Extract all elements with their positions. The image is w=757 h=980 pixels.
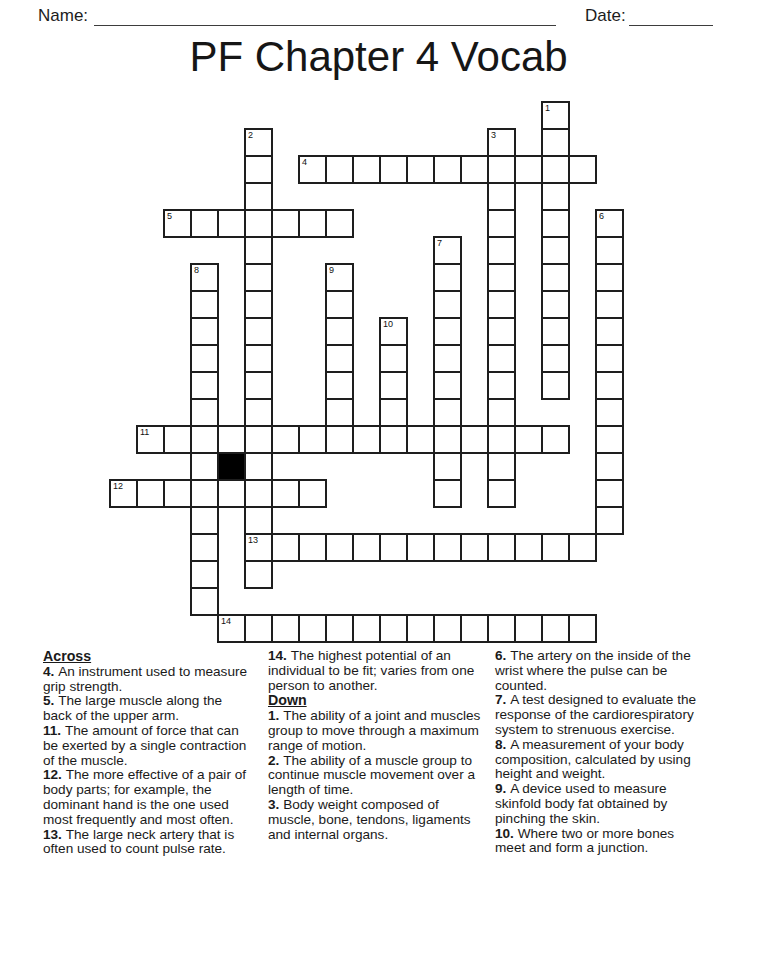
grid-cell[interactable] [595,236,624,265]
grid-cell[interactable] [460,425,489,454]
cell-number: 7 [437,238,442,248]
grid-cell[interactable] [163,479,192,508]
grid-cell[interactable] [541,344,570,373]
grid-cell[interactable] [271,425,300,454]
grid-cell[interactable] [352,155,381,184]
grid-cell[interactable] [433,155,462,184]
grid-cell[interactable] [433,533,462,562]
grid-cell[interactable]: 7 [433,236,462,265]
grid-cell[interactable] [352,614,381,643]
grid-cell[interactable] [487,425,516,454]
page-title: PF Chapter 4 Vocab [0,33,757,81]
grid-cell[interactable] [244,182,273,211]
clue-text: A test designed to evaluate the response… [495,692,696,737]
clue-text: The amount of force that can be exerted … [43,723,246,768]
clue-14: 14. The highest potential of an individu… [268,649,481,693]
grid-cell[interactable] [298,614,327,643]
grid-cell[interactable] [487,614,516,643]
worksheet-page: Name: Date: PF Chapter 4 Vocab 123456789… [0,0,757,980]
cell-number: 4 [302,157,307,167]
clue-number: 10. [495,826,518,841]
grid-cell[interactable]: 9 [325,263,354,292]
clue-number: 5. [43,693,58,708]
grid-cell[interactable] [487,371,516,400]
grid-cell[interactable] [487,182,516,211]
clue-text: An instrument used to measure grip stren… [43,664,247,694]
grid-cell[interactable] [325,209,354,238]
cell-number: 6 [599,211,604,221]
grid-cell[interactable] [541,263,570,292]
grid-cell[interactable] [298,479,327,508]
clue-text: Where two or more bones meet and form a … [495,826,674,856]
grid-cell[interactable] [595,398,624,427]
grid-cell[interactable] [379,533,408,562]
grid-cell[interactable] [325,155,354,184]
grid-cell[interactable] [298,209,327,238]
grid-cell[interactable] [433,371,462,400]
clue-10: 10. Where two or more bones meet and for… [495,827,703,857]
clue-text: Body weight composed of muscle, bone, te… [268,797,471,842]
clue-column-3: 6. The artery on the inside of the wrist… [495,649,703,856]
grid-cell[interactable] [541,533,570,562]
grid-cell[interactable] [487,398,516,427]
clue-text: The more effective of a pair of body par… [43,767,246,826]
grid-cell[interactable]: 14 [217,614,246,643]
grid-cell[interactable] [541,425,570,454]
clue-6: 6. The artery on the inside of the wrist… [495,649,703,693]
cell-number: 8 [194,265,199,275]
grid-cell[interactable] [433,452,462,481]
grid-cell[interactable] [325,371,354,400]
grid-cell[interactable] [541,155,570,184]
clues-section: Across4. An instrument used to measure g… [0,649,757,949]
grid-cell[interactable] [541,236,570,265]
clue-number: 12. [43,767,66,782]
grid-cell[interactable] [271,533,300,562]
cell-number: 3 [491,130,496,140]
clue-number: 6. [495,648,510,663]
clue-number: 14. [268,648,291,663]
cell-number: 14 [221,616,231,626]
grid-cell[interactable] [379,398,408,427]
clue-text: The artery on the inside of the wrist wh… [495,648,691,693]
grid-cell[interactable] [514,155,543,184]
grid-cell[interactable] [595,425,624,454]
grid-cell[interactable] [541,614,570,643]
grid-cell[interactable] [487,263,516,292]
date-input-line[interactable] [629,8,713,26]
grid-cell[interactable] [514,425,543,454]
grid-cell[interactable] [568,155,597,184]
grid-cell[interactable]: 2 [244,128,273,157]
grid-cell[interactable] [325,533,354,562]
grid-cell[interactable] [541,317,570,346]
grid-cell[interactable] [325,425,354,454]
cell-number: 10 [383,319,393,329]
grid-cell[interactable] [244,479,273,508]
grid-cell[interactable] [487,344,516,373]
grid-cell[interactable] [487,317,516,346]
grid-cell[interactable] [325,290,354,319]
grid-cell[interactable] [541,182,570,211]
grid-cell[interactable] [595,263,624,292]
grid-cell[interactable] [595,290,624,319]
grid-cell[interactable] [271,614,300,643]
cell-number: 5 [167,211,172,221]
grid-cell[interactable] [298,533,327,562]
grid-cell[interactable] [541,290,570,319]
clue-5: 5. The large muscle along the back of th… [43,694,250,724]
clue-number: 4. [43,664,58,679]
grid-cell[interactable] [190,344,219,373]
name-label: Name: [38,6,88,26]
grid-cell[interactable] [460,155,489,184]
grid-cell[interactable] [595,371,624,400]
clue-number: 9. [495,781,510,796]
grid-cell[interactable] [190,317,219,346]
grid-cell[interactable] [271,209,300,238]
grid-cell[interactable] [595,344,624,373]
grid-cell[interactable] [244,290,273,319]
clue-4: 4. An instrument used to measure grip st… [43,665,250,695]
grid-cell[interactable] [244,371,273,400]
grid-cell[interactable] [190,425,219,454]
grid-cell[interactable] [244,560,273,589]
grid-cell[interactable] [352,425,381,454]
grid-cell[interactable] [244,506,273,535]
grid-cell[interactable] [433,290,462,319]
grid-cell[interactable] [460,614,489,643]
clue-text: The ability of a joint and muscles group… [268,708,480,753]
grid-cell[interactable]: 8 [190,263,219,292]
grid-cell[interactable] [190,506,219,535]
grid-cell[interactable] [433,614,462,643]
grid-cell[interactable] [433,263,462,292]
clue-column-2: 14. The highest potential of an individu… [268,649,481,842]
clue-number: 13. [43,827,66,842]
grid-cell[interactable] [595,317,624,346]
grid-cell[interactable] [487,479,516,508]
grid-cell[interactable] [352,533,381,562]
grid-cell[interactable] [595,506,624,535]
grid-cell[interactable] [244,236,273,265]
grid-cell[interactable] [190,290,219,319]
grid-cell[interactable] [406,425,435,454]
grid-cell[interactable]: 1 [541,101,570,130]
grid-cell[interactable]: 13 [244,533,273,562]
grid-cell[interactable] [487,290,516,319]
grid-cell[interactable] [433,317,462,346]
grid-cell[interactable] [244,614,273,643]
grid-cell[interactable] [244,263,273,292]
across-header: Across [43,649,250,664]
grid-cell[interactable] [541,128,570,157]
grid-cell[interactable] [433,344,462,373]
grid-cell[interactable] [460,533,489,562]
grid-cell[interactable] [325,398,354,427]
grid-cell[interactable] [163,425,192,454]
grid-cell[interactable] [406,614,435,643]
clue-text: The large neck artery that is often used… [43,827,234,857]
grid-cell[interactable] [568,614,597,643]
clue-number: 3. [268,797,283,812]
clue-text: The large muscle along the back of the u… [43,693,222,723]
grid-cell[interactable] [379,371,408,400]
grid-cell[interactable] [487,236,516,265]
grid-cell[interactable] [379,614,408,643]
name-input-line[interactable] [94,8,556,26]
grid-cell[interactable] [190,533,219,562]
grid-cell[interactable]: 12 [109,479,138,508]
grid-cell[interactable] [433,425,462,454]
grid-cell[interactable] [190,479,219,508]
cell-number: 11 [140,427,149,437]
grid-cell[interactable] [190,560,219,589]
cell-number: 9 [329,265,334,275]
clue-number: 7. [495,692,510,707]
grid-cell[interactable] [514,533,543,562]
grid-cell[interactable]: 6 [595,209,624,238]
grid-cell[interactable] [595,452,624,481]
grid-cell[interactable] [271,479,300,508]
grid-cell[interactable] [190,587,219,616]
clue-number: 11. [43,723,65,738]
grid-cell[interactable] [244,209,273,238]
cell-number: 1 [545,103,550,113]
clue-text: A measurement of your body composition, … [495,737,691,782]
grid-cell[interactable]: 10 [379,317,408,346]
grid-cell[interactable] [244,155,273,184]
clue-number: 1. [268,708,283,723]
grid-cell[interactable] [217,209,246,238]
grid-cell[interactable] [379,425,408,454]
grid-cell[interactable] [487,209,516,238]
clue-text: The highest potential of an individual t… [268,648,474,693]
grid-cell[interactable]: 11 [136,425,165,454]
cell-number: 12 [113,481,123,491]
grid-cell[interactable] [595,479,624,508]
grid-cell[interactable] [379,155,408,184]
grid-cell[interactable] [244,398,273,427]
clue-column-1: Across4. An instrument used to measure g… [43,649,250,857]
clue-number: 2. [268,753,283,768]
clue-11: 11. The amount of force that can be exer… [43,724,250,768]
clue-9: 9. A device used to measure skinfold bod… [495,782,703,826]
grid-cell[interactable] [244,425,273,454]
grid-cell[interactable] [379,344,408,373]
grid-cell[interactable] [325,317,354,346]
clue-text: A device used to measure skinfold body f… [495,781,667,826]
grid-cell[interactable] [568,533,597,562]
grid-cell[interactable]: 4 [298,155,327,184]
grid-cell[interactable] [190,209,219,238]
grid-cell[interactable] [433,398,462,427]
clue-12: 12. The more effective of a pair of body… [43,768,250,827]
grid-cell[interactable] [325,614,354,643]
grid-cell[interactable] [298,425,327,454]
cell-number: 13 [248,535,258,545]
grid-cell[interactable] [433,479,462,508]
grid-cell[interactable] [487,533,516,562]
grid-cell[interactable] [487,155,516,184]
cell-number: 2 [248,130,253,140]
clue-13: 13. The large neck artery that is often … [43,828,250,858]
grid-cell[interactable] [136,479,165,508]
grid-cell[interactable] [217,425,246,454]
clue-7: 7. A test designed to evaluate the respo… [495,693,703,737]
clue-1: 1. The ability of a joint and muscles gr… [268,709,481,753]
grid-cell[interactable] [217,479,246,508]
clue-text: The ability of a muscle group to continu… [268,753,475,798]
crossword-grid: 1234567891011121314 [109,101,624,643]
grid-cell[interactable] [541,371,570,400]
grid-cell[interactable] [244,344,273,373]
grid-cell[interactable] [514,614,543,643]
grid-cell[interactable]: 5 [163,209,192,238]
grid-cell[interactable] [190,452,219,481]
grid-cell[interactable] [541,209,570,238]
grid-cell[interactable] [406,533,435,562]
clue-3: 3. Body weight composed of muscle, bone,… [268,798,481,842]
grid-cell[interactable] [244,452,273,481]
clue-8: 8. A measurement of your body compositio… [495,738,703,782]
grid-cell[interactable] [406,155,435,184]
grid-cell[interactable] [190,398,219,427]
grid-cell[interactable]: 3 [487,128,516,157]
down-header: Down [268,693,481,708]
grid-cell[interactable] [487,452,516,481]
date-label: Date: [585,6,626,26]
clue-2: 2. The ability of a muscle group to cont… [268,754,481,798]
grid-cell[interactable] [325,344,354,373]
grid-cell[interactable] [190,371,219,400]
black-cell [217,452,246,481]
clue-number: 8. [495,737,510,752]
grid-cell[interactable] [244,317,273,346]
